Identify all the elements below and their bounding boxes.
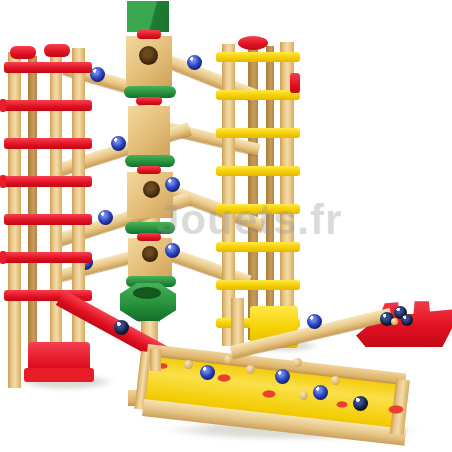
tray-peg-5	[331, 376, 340, 385]
octagon-hole	[133, 287, 161, 299]
green-cube-top	[127, 1, 169, 32]
catcher-peg	[391, 318, 398, 325]
right-rung-1	[216, 52, 300, 62]
tray-marble-2	[275, 369, 290, 384]
right-red-tab	[290, 73, 300, 93]
red-disc-a	[136, 97, 162, 105]
left-tower-cap-1	[10, 46, 36, 59]
right-rung-2	[216, 90, 300, 100]
tray-marble-4	[353, 396, 368, 411]
left-rung-1	[4, 62, 92, 73]
left-rung-6	[4, 252, 92, 263]
tray-marble-3	[313, 385, 328, 400]
cube-red-disc	[137, 30, 161, 39]
catcher-marble-3	[401, 314, 413, 326]
marble-ramp5	[98, 210, 113, 225]
column-hole-mid	[143, 181, 160, 198]
tray-peg-4	[293, 358, 302, 367]
column-hole-top	[139, 46, 158, 65]
tray-red-dot-2	[262, 390, 276, 398]
tray-red-dot-3	[336, 401, 348, 408]
right-tower-cap	[238, 36, 268, 50]
marble-ramp4	[165, 177, 180, 192]
tray-red-dot-4	[388, 405, 404, 414]
right-tower-front-post	[231, 298, 244, 348]
left-rung-2	[4, 100, 92, 111]
left-rung-tab-1	[0, 99, 6, 112]
left-rung-3	[4, 138, 92, 149]
tray-peg-2	[224, 355, 233, 364]
product-photo: Jouets.fr	[0, 0, 452, 452]
tray-red-dot-1	[217, 374, 231, 382]
marble-ramp6	[165, 243, 180, 258]
marble-red-ramp	[114, 320, 129, 335]
tray-peg-1	[184, 360, 193, 369]
left-rung-5	[4, 214, 92, 225]
column-block-2	[128, 106, 170, 156]
right-rung-7	[216, 280, 300, 290]
marble-ramp1	[187, 55, 202, 70]
red-disc-b	[137, 166, 161, 174]
tray-corner-post	[150, 349, 161, 371]
left-rung-4	[4, 176, 92, 187]
tray-marble-1	[200, 365, 215, 380]
right-rung-3	[216, 128, 300, 138]
tray-peg-3	[246, 365, 255, 374]
marble-return-ramp	[307, 314, 322, 329]
site-watermark: Jouets.fr	[156, 196, 342, 244]
tray-peg-6	[299, 391, 308, 400]
left-rung-tab-2	[0, 175, 6, 188]
column-hole-low	[142, 246, 158, 262]
marble-ramp3	[111, 136, 126, 151]
left-rung-tab-3	[0, 251, 6, 264]
right-rung-4	[216, 166, 300, 176]
left-tower-foot	[24, 368, 94, 382]
left-tower-cap-2	[44, 44, 70, 57]
